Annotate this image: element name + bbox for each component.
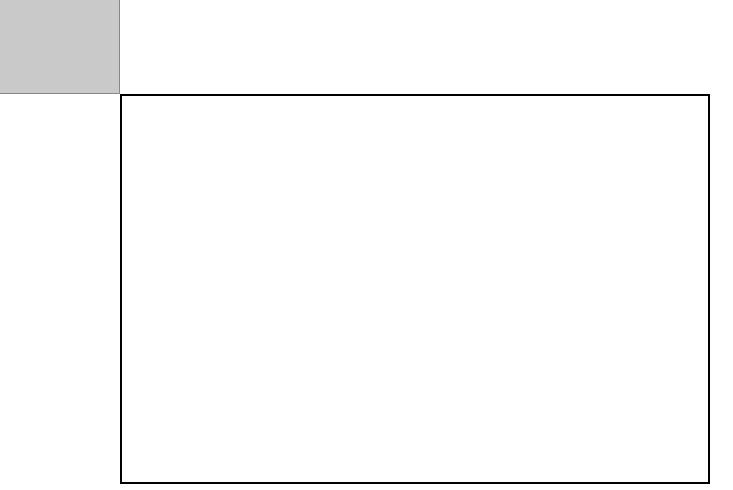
site-watermark <box>712 333 732 483</box>
nonogram-puzzle-image <box>0 0 733 490</box>
corner-watermark-text <box>0 0 120 94</box>
row-clues <box>0 94 120 484</box>
corner-watermark <box>0 0 120 94</box>
column-clues <box>120 0 710 94</box>
nonogram-board <box>120 94 710 484</box>
